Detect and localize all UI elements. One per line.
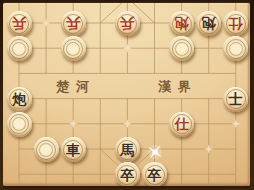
piece-red-advisor[interactable]: 仕 bbox=[169, 112, 194, 137]
piece-black-cannon[interactable]: 炮 bbox=[7, 87, 32, 112]
piece-hidden[interactable] bbox=[34, 137, 59, 162]
piece-hidden[interactable] bbox=[7, 36, 32, 61]
xiangqi-board[interactable]: 楚河 漢界 兵兵兵炮炮仕炮士仕車馬卒卒 bbox=[0, 0, 254, 190]
board-edge-top bbox=[0, 0, 254, 3]
piece-black-advisor[interactable]: 士 bbox=[223, 87, 248, 112]
board-edge-right bbox=[250, 0, 254, 190]
piece-hidden[interactable] bbox=[61, 36, 86, 61]
river-label-han-border: 漢界 bbox=[148, 78, 208, 96]
river-label-chu-river: 楚河 bbox=[46, 78, 106, 96]
piece-red-soldier[interactable]: 兵 bbox=[115, 11, 140, 36]
piece-red-soldier[interactable]: 兵 bbox=[7, 11, 32, 36]
piece-red-soldier[interactable]: 兵 bbox=[61, 11, 86, 36]
piece-black-horse[interactable]: 馬 bbox=[115, 137, 140, 162]
piece-hidden[interactable] bbox=[7, 112, 32, 137]
piece-red-cannon[interactable]: 炮 bbox=[169, 11, 194, 36]
board-edge-bottom bbox=[0, 186, 254, 190]
piece-black-chariot[interactable]: 車 bbox=[61, 137, 86, 162]
board-edge-left bbox=[0, 0, 3, 190]
piece-black-soldier[interactable]: 卒 bbox=[115, 162, 140, 187]
